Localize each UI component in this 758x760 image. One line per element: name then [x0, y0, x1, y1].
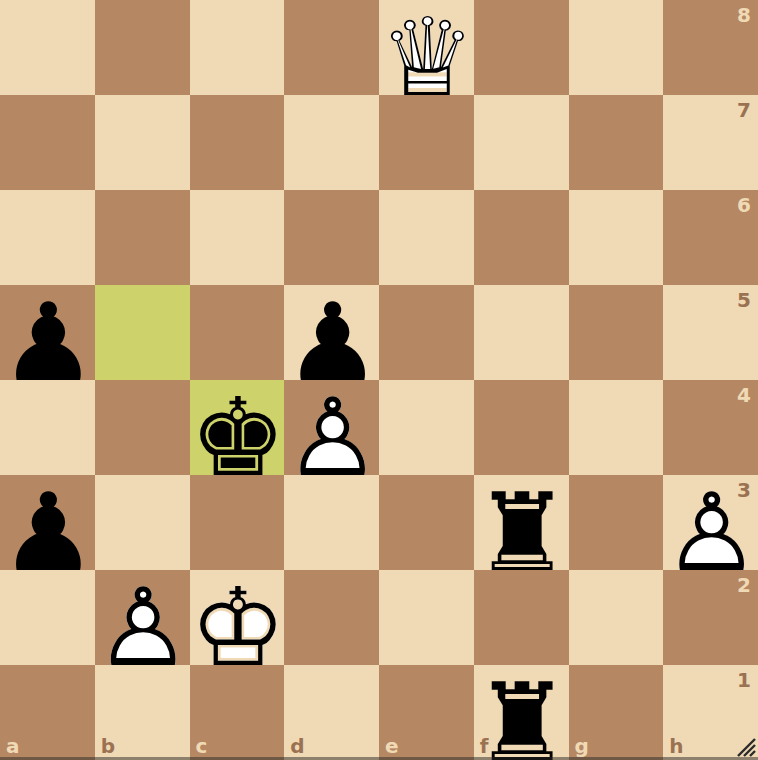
- square-h8[interactable]: 8: [663, 0, 758, 95]
- square-a2[interactable]: [0, 570, 95, 665]
- square-b4[interactable]: [95, 380, 190, 475]
- square-f8[interactable]: [474, 0, 569, 95]
- square-a8[interactable]: [0, 0, 95, 95]
- square-c7[interactable]: [190, 95, 285, 190]
- square-f4[interactable]: [474, 380, 569, 475]
- square-h7[interactable]: 7: [663, 95, 758, 190]
- rank-label-7: 7: [737, 100, 751, 120]
- black-pawn[interactable]: ♟: [0, 475, 95, 570]
- white-pawn[interactable]: ♟♙: [663, 475, 758, 570]
- rank-label-5: 5: [737, 290, 751, 310]
- square-e3[interactable]: [379, 475, 474, 570]
- square-a4[interactable]: [0, 380, 95, 475]
- square-h3[interactable]: 3♟♙: [663, 475, 758, 570]
- square-a6[interactable]: [0, 190, 95, 285]
- square-d7[interactable]: [284, 95, 379, 190]
- square-c1[interactable]: c: [190, 665, 285, 760]
- square-b6[interactable]: [95, 190, 190, 285]
- file-label-a: a: [6, 736, 20, 756]
- square-h2[interactable]: 2: [663, 570, 758, 665]
- square-h4[interactable]: 4: [663, 380, 758, 475]
- square-g8[interactable]: [569, 0, 664, 95]
- square-e6[interactable]: [379, 190, 474, 285]
- square-h5[interactable]: 5: [663, 285, 758, 380]
- white-king[interactable]: ♚♔: [190, 570, 285, 665]
- rank-label-2: 2: [737, 575, 751, 595]
- square-g7[interactable]: [569, 95, 664, 190]
- square-d5[interactable]: ♟: [284, 285, 379, 380]
- square-d3[interactable]: [284, 475, 379, 570]
- square-b3[interactable]: [95, 475, 190, 570]
- square-h6[interactable]: 6: [663, 190, 758, 285]
- square-d2[interactable]: [284, 570, 379, 665]
- square-e8[interactable]: ♛♕: [379, 0, 474, 95]
- file-label-e: e: [385, 736, 399, 756]
- square-f5[interactable]: [474, 285, 569, 380]
- square-c5[interactable]: [190, 285, 285, 380]
- square-c6[interactable]: [190, 190, 285, 285]
- black-king[interactable]: ♚: [190, 380, 285, 475]
- rank-label-4: 4: [737, 385, 751, 405]
- square-a3[interactable]: ♟: [0, 475, 95, 570]
- file-label-h: h: [669, 736, 683, 756]
- black-pawn[interactable]: ♟: [0, 285, 95, 380]
- square-f1[interactable]: f♜: [474, 665, 569, 760]
- black-pawn[interactable]: ♟: [284, 285, 379, 380]
- square-b2[interactable]: ♟♙: [95, 570, 190, 665]
- square-f3[interactable]: ♜: [474, 475, 569, 570]
- black-rook-glyph: ♜: [474, 669, 571, 760]
- square-d6[interactable]: [284, 190, 379, 285]
- square-c2[interactable]: ♚♔: [190, 570, 285, 665]
- white-pawn[interactable]: ♟♙: [95, 570, 190, 665]
- square-e7[interactable]: [379, 95, 474, 190]
- square-e2[interactable]: [379, 570, 474, 665]
- square-c3[interactable]: [190, 475, 285, 570]
- square-a1[interactable]: a: [0, 665, 95, 760]
- square-g5[interactable]: [569, 285, 664, 380]
- square-a7[interactable]: [0, 95, 95, 190]
- file-label-b: b: [101, 736, 115, 756]
- square-f6[interactable]: [474, 190, 569, 285]
- file-label-c: c: [196, 736, 208, 756]
- square-g2[interactable]: [569, 570, 664, 665]
- square-f2[interactable]: [474, 570, 569, 665]
- square-e4[interactable]: [379, 380, 474, 475]
- square-b5[interactable]: [95, 285, 190, 380]
- square-c8[interactable]: [190, 0, 285, 95]
- square-b8[interactable]: [95, 0, 190, 95]
- square-g3[interactable]: [569, 475, 664, 570]
- square-g1[interactable]: g: [569, 665, 664, 760]
- square-b7[interactable]: [95, 95, 190, 190]
- square-g6[interactable]: [569, 190, 664, 285]
- rank-label-6: 6: [737, 195, 751, 215]
- square-e1[interactable]: e: [379, 665, 474, 760]
- resize-handle-icon[interactable]: [735, 736, 756, 757]
- rank-label-1: 1: [737, 670, 751, 690]
- file-label-g: g: [575, 736, 589, 756]
- square-d8[interactable]: [284, 0, 379, 95]
- square-c4[interactable]: ♚: [190, 380, 285, 475]
- black-rook[interactable]: ♜: [474, 665, 569, 760]
- square-d1[interactable]: d: [284, 665, 379, 760]
- square-e5[interactable]: [379, 285, 474, 380]
- white-pawn[interactable]: ♟♙: [284, 380, 379, 475]
- square-g4[interactable]: [569, 380, 664, 475]
- black-rook[interactable]: ♜: [474, 475, 569, 570]
- file-label-d: d: [290, 736, 304, 756]
- rank-label-8: 8: [737, 5, 751, 25]
- square-b1[interactable]: b: [95, 665, 190, 760]
- square-d4[interactable]: ♟♙: [284, 380, 379, 475]
- square-f7[interactable]: [474, 95, 569, 190]
- square-a5[interactable]: ♟: [0, 285, 95, 380]
- white-queen[interactable]: ♛♕: [379, 0, 474, 95]
- chess-board: ♛♕876♟♟5♚♟♙4♟♜3♟♙♟♙♚♔2abcdef♜gh1: [0, 0, 758, 760]
